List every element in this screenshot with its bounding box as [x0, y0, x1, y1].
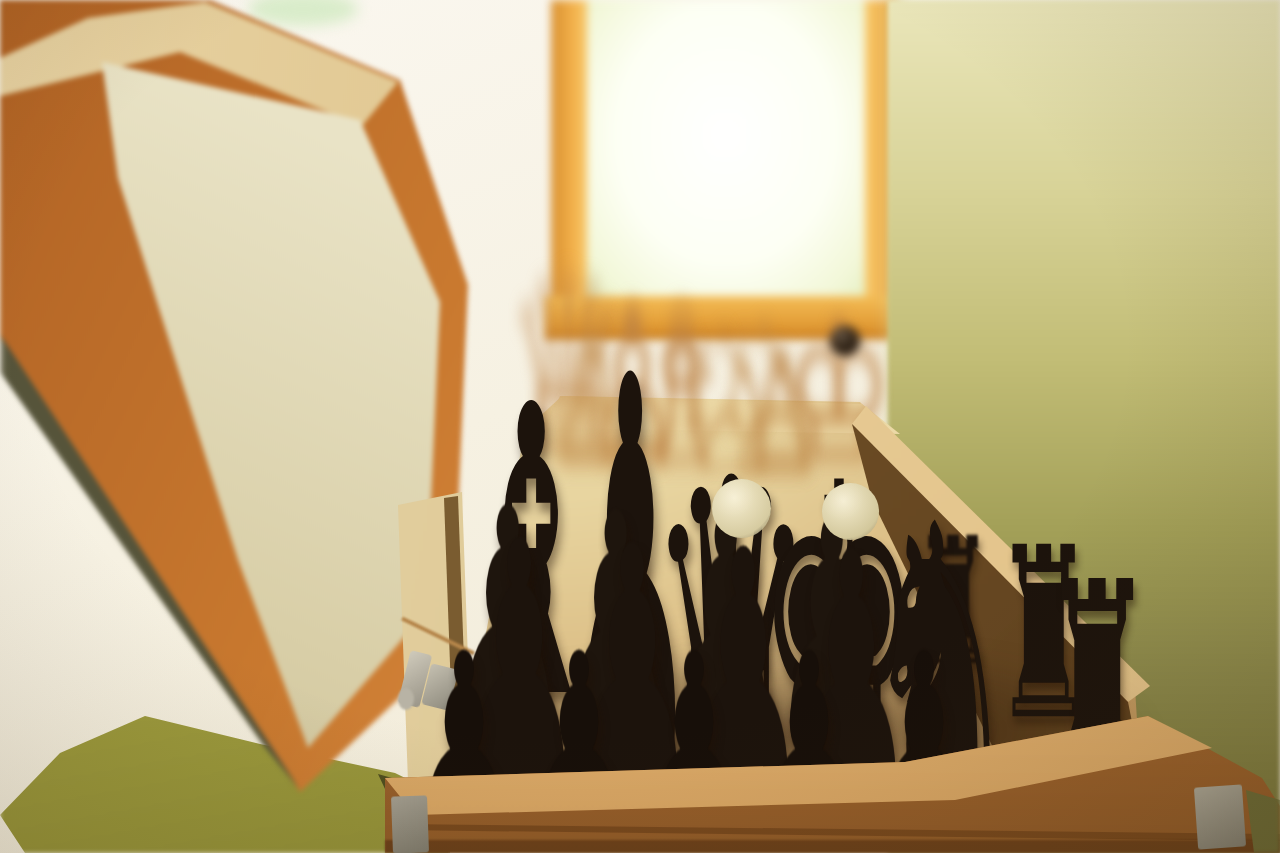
foreground-black-pieces-layer: ♝♟♛♚♜♜♟♟♟♟♞♜♟♟♟♟♟♟♟♟♟ [0, 0, 1280, 853]
clasp-metal-left [391, 795, 429, 853]
chess-box-photo: ♕♙♗♘♘♔♙♙ ♝♟♛♚♜♜♟♟♟♟♞♜♟♟♟♟♟♟♟♟♟ [0, 0, 1280, 853]
clasp-metal-right [1194, 784, 1246, 849]
box-front-rail-bottom-shadow [385, 840, 1280, 853]
black-queen-cream-finial [712, 479, 771, 538]
black-king-cream-finial [822, 483, 879, 540]
